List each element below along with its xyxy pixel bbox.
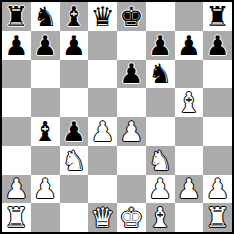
piece-black-rook: ♜: [206, 3, 230, 30]
square-h2[interactable]: ♟: [203, 175, 232, 204]
piece-black-pawn: ♟: [148, 32, 172, 59]
square-c7[interactable]: ♟: [60, 31, 89, 60]
square-d3[interactable]: [88, 146, 117, 175]
square-g1[interactable]: [175, 203, 204, 232]
square-d6[interactable]: [88, 60, 117, 89]
square-g6[interactable]: [175, 60, 204, 89]
square-d4[interactable]: ♟: [88, 117, 117, 146]
square-d5[interactable]: [88, 88, 117, 117]
piece-white-rook: ♜: [4, 204, 28, 231]
square-h7[interactable]: ♟: [203, 31, 232, 60]
square-c4[interactable]: ♟: [60, 117, 89, 146]
square-f7[interactable]: ♟: [146, 31, 175, 60]
piece-white-rook: ♜: [206, 204, 230, 231]
square-g5[interactable]: ♝: [175, 88, 204, 117]
square-a1[interactable]: ♜: [2, 203, 31, 232]
piece-black-pawn: ♟: [33, 32, 57, 59]
piece-white-pawn: ♟: [119, 118, 143, 145]
square-c3[interactable]: ♞: [60, 146, 89, 175]
piece-white-pawn: ♟: [206, 175, 230, 202]
square-a2[interactable]: ♟: [2, 175, 31, 204]
square-f2[interactable]: ♟: [146, 175, 175, 204]
square-b6[interactable]: [31, 60, 60, 89]
square-g4[interactable]: [175, 117, 204, 146]
square-g8[interactable]: [175, 2, 204, 31]
piece-black-pawn: ♟: [62, 118, 86, 145]
square-e2[interactable]: [117, 175, 146, 204]
piece-black-pawn: ♟: [62, 32, 86, 59]
square-h8[interactable]: ♜: [203, 2, 232, 31]
piece-black-bishop: ♝: [62, 3, 86, 30]
square-e1[interactable]: ♚: [117, 203, 146, 232]
square-g3[interactable]: [175, 146, 204, 175]
square-c2[interactable]: [60, 175, 89, 204]
piece-black-bishop: ♝: [33, 118, 57, 145]
piece-white-king: ♚: [119, 204, 143, 231]
square-a8[interactable]: ♜: [2, 2, 31, 31]
piece-white-pawn: ♟: [91, 118, 115, 145]
square-c1[interactable]: [60, 203, 89, 232]
square-g2[interactable]: ♟: [175, 175, 204, 204]
square-e7[interactable]: [117, 31, 146, 60]
piece-white-bishop: ♝: [148, 204, 172, 231]
square-b1[interactable]: [31, 203, 60, 232]
square-e5[interactable]: [117, 88, 146, 117]
piece-black-king: ♚: [119, 3, 143, 30]
square-b7[interactable]: ♟: [31, 31, 60, 60]
chess-board: ♜♞♝♛♚♜♟♟♟♟♟♟♟♞♝♝♟♟♟♞♞♟♟♟♟♟♜♛♚♝♜: [2, 2, 232, 232]
piece-white-knight: ♞: [62, 147, 86, 174]
square-a7[interactable]: ♟: [2, 31, 31, 60]
square-a6[interactable]: [2, 60, 31, 89]
square-b5[interactable]: [31, 88, 60, 117]
square-b8[interactable]: ♞: [31, 2, 60, 31]
piece-black-pawn: ♟: [119, 60, 143, 87]
square-b3[interactable]: [31, 146, 60, 175]
piece-black-pawn: ♟: [177, 32, 201, 59]
square-h5[interactable]: [203, 88, 232, 117]
square-f4[interactable]: [146, 117, 175, 146]
square-f8[interactable]: [146, 2, 175, 31]
square-h3[interactable]: [203, 146, 232, 175]
piece-white-pawn: ♟: [33, 175, 57, 202]
square-h6[interactable]: [203, 60, 232, 89]
square-a3[interactable]: [2, 146, 31, 175]
piece-white-knight: ♞: [148, 147, 172, 174]
piece-white-bishop: ♝: [177, 89, 201, 116]
piece-black-rook: ♜: [4, 3, 28, 30]
square-d8[interactable]: ♛: [88, 2, 117, 31]
square-a4[interactable]: [2, 117, 31, 146]
square-d2[interactable]: [88, 175, 117, 204]
square-e4[interactable]: ♟: [117, 117, 146, 146]
piece-black-queen: ♛: [91, 3, 115, 30]
square-b2[interactable]: ♟: [31, 175, 60, 204]
square-h1[interactable]: ♜: [203, 203, 232, 232]
square-d1[interactable]: ♛: [88, 203, 117, 232]
piece-black-pawn: ♟: [4, 32, 28, 59]
square-c5[interactable]: [60, 88, 89, 117]
square-c8[interactable]: ♝: [60, 2, 89, 31]
piece-white-pawn: ♟: [148, 175, 172, 202]
square-c6[interactable]: [60, 60, 89, 89]
piece-black-knight: ♞: [33, 3, 57, 30]
square-f1[interactable]: ♝: [146, 203, 175, 232]
piece-black-knight: ♞: [148, 60, 172, 87]
square-f3[interactable]: ♞: [146, 146, 175, 175]
square-h4[interactable]: [203, 117, 232, 146]
piece-white-queen: ♛: [91, 204, 115, 231]
piece-white-pawn: ♟: [4, 175, 28, 202]
square-a5[interactable]: [2, 88, 31, 117]
square-e6[interactable]: ♟: [117, 60, 146, 89]
piece-black-pawn: ♟: [206, 32, 230, 59]
square-e3[interactable]: [117, 146, 146, 175]
square-b4[interactable]: ♝: [31, 117, 60, 146]
square-f5[interactable]: [146, 88, 175, 117]
square-g7[interactable]: ♟: [175, 31, 204, 60]
square-e8[interactable]: ♚: [117, 2, 146, 31]
square-f6[interactable]: ♞: [146, 60, 175, 89]
piece-white-pawn: ♟: [177, 175, 201, 202]
chess-board-frame: ♜♞♝♛♚♜♟♟♟♟♟♟♟♞♝♝♟♟♟♞♞♟♟♟♟♟♜♛♚♝♜: [0, 0, 234, 234]
square-d7[interactable]: [88, 31, 117, 60]
